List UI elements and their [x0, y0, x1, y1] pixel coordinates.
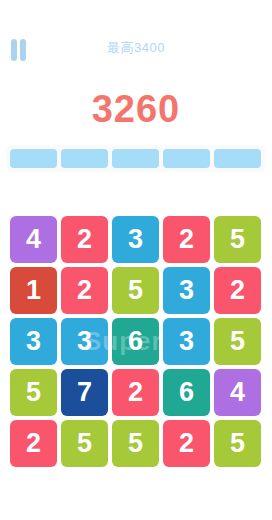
tile-r4c4[interactable]: 6	[163, 369, 210, 416]
tile-r1c5[interactable]: 5	[214, 216, 261, 263]
app-screen: 最高3400 3260 4232512532336355726425525 Su…	[0, 0, 272, 520]
tile-r3c4[interactable]: 3	[163, 318, 210, 365]
tile-r1c1[interactable]: 4	[10, 216, 57, 263]
game-board: 4232512532336355726425525	[10, 216, 261, 467]
tile-r2c5[interactable]: 2	[214, 267, 261, 314]
tile-r5c5[interactable]: 5	[214, 420, 261, 467]
tile-r5c2[interactable]: 5	[61, 420, 108, 467]
score-value: 3260	[0, 88, 272, 131]
progress-segment	[61, 149, 108, 168]
tile-r4c2[interactable]: 7	[61, 369, 108, 416]
tile-r4c1[interactable]: 5	[10, 369, 57, 416]
progress-segment	[163, 149, 210, 168]
tile-r5c1[interactable]: 2	[10, 420, 57, 467]
progress-bar	[6, 145, 266, 172]
tile-r2c1[interactable]: 1	[10, 267, 57, 314]
tile-r3c1[interactable]: 3	[10, 318, 57, 365]
tile-r3c3[interactable]: 6	[112, 318, 159, 365]
tile-r4c3[interactable]: 2	[112, 369, 159, 416]
tile-r4c5[interactable]: 4	[214, 369, 261, 416]
tile-r2c3[interactable]: 5	[112, 267, 159, 314]
tile-r2c2[interactable]: 2	[61, 267, 108, 314]
progress-segment	[10, 149, 57, 168]
tile-r5c3[interactable]: 5	[112, 420, 159, 467]
tile-r2c4[interactable]: 3	[163, 267, 210, 314]
tile-r1c3[interactable]: 3	[112, 216, 159, 263]
tile-r5c4[interactable]: 2	[163, 420, 210, 467]
tile-r1c2[interactable]: 2	[61, 216, 108, 263]
tile-r3c2[interactable]: 3	[61, 318, 108, 365]
progress-segment	[112, 149, 159, 168]
best-score-label: 最高3400	[0, 39, 272, 57]
progress-segment	[214, 149, 261, 168]
tile-r3c5[interactable]: 5	[214, 318, 261, 365]
tile-r1c4[interactable]: 2	[163, 216, 210, 263]
